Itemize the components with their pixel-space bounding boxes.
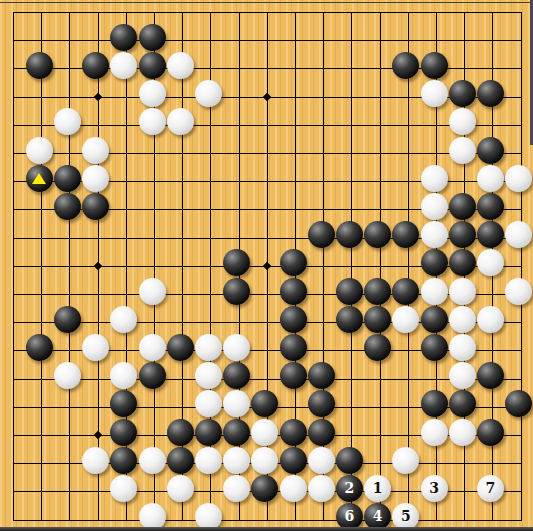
white-stone: [139, 447, 166, 474]
white-stone: [477, 306, 504, 333]
black-stone: [280, 278, 307, 305]
star-point: [93, 262, 101, 270]
black-stone: [223, 362, 250, 389]
white-stone: [82, 137, 109, 164]
black-stone: [308, 390, 335, 417]
white-stone: [449, 278, 476, 305]
grid-line-horizontal: [13, 379, 522, 380]
white-stone: [477, 475, 504, 502]
white-stone: [195, 334, 222, 361]
black-stone: [223, 249, 250, 276]
black-stone: [421, 390, 448, 417]
white-stone: [421, 80, 448, 107]
black-stone: [54, 306, 81, 333]
black-stone: [477, 80, 504, 107]
black-stone: [195, 419, 222, 446]
grid-line-vertical: [408, 12, 409, 521]
black-stone: [364, 221, 391, 248]
black-stone: [110, 419, 137, 446]
black-stone: [336, 447, 363, 474]
white-stone: [477, 165, 504, 192]
white-stone: [308, 475, 335, 502]
star-point: [93, 92, 101, 100]
black-stone: [392, 52, 419, 79]
black-stone: [449, 193, 476, 220]
grid-line-vertical: [521, 12, 522, 521]
black-stone: [421, 334, 448, 361]
black-stone: [280, 447, 307, 474]
white-stone: [195, 80, 222, 107]
white-stone: [195, 362, 222, 389]
grid-line-horizontal: [13, 520, 522, 521]
white-stone: [505, 221, 532, 248]
grid-line-vertical: [380, 12, 381, 521]
black-stone: [280, 306, 307, 333]
white-stone: [308, 447, 335, 474]
grid-line-vertical: [351, 12, 352, 521]
white-stone: [167, 52, 194, 79]
white-stone: [392, 306, 419, 333]
black-stone: [477, 362, 504, 389]
white-stone: [110, 306, 137, 333]
black-stone: [449, 80, 476, 107]
white-stone: [167, 475, 194, 502]
white-stone: [421, 193, 448, 220]
black-stone: [336, 475, 363, 502]
black-stone: [54, 193, 81, 220]
black-stone: [308, 221, 335, 248]
white-stone: [110, 475, 137, 502]
black-stone: [308, 362, 335, 389]
black-stone: [477, 137, 504, 164]
black-stone: [110, 390, 137, 417]
white-stone: [449, 306, 476, 333]
black-stone: [421, 306, 448, 333]
white-stone: [139, 80, 166, 107]
black-stone: [223, 419, 250, 446]
black-stone: [336, 278, 363, 305]
white-stone: [505, 165, 532, 192]
white-stone: [449, 137, 476, 164]
white-stone: [505, 278, 532, 305]
white-stone: [251, 447, 278, 474]
white-stone: [223, 447, 250, 474]
black-stone: [54, 165, 81, 192]
top-edge-line: [0, 2, 533, 3]
black-stone: [167, 419, 194, 446]
white-stone: [251, 419, 278, 446]
black-stone: [251, 390, 278, 417]
white-stone: [449, 334, 476, 361]
black-stone: [364, 334, 391, 361]
black-stone: [449, 390, 476, 417]
white-stone: [54, 362, 81, 389]
star-point: [93, 431, 101, 439]
black-stone: [449, 221, 476, 248]
white-stone: [139, 334, 166, 361]
black-stone: [449, 249, 476, 276]
white-stone: [280, 475, 307, 502]
white-stone: [223, 334, 250, 361]
black-stone: [421, 249, 448, 276]
white-stone: [82, 334, 109, 361]
white-stone: [477, 249, 504, 276]
black-stone: [421, 52, 448, 79]
black-stone: [477, 193, 504, 220]
black-stone: [82, 193, 109, 220]
white-stone: [54, 108, 81, 135]
white-stone: [223, 475, 250, 502]
black-stone: [477, 419, 504, 446]
black-stone: [139, 24, 166, 51]
white-stone: [421, 475, 448, 502]
black-stone: [280, 334, 307, 361]
black-stone: [364, 306, 391, 333]
white-stone: [421, 165, 448, 192]
black-stone: [280, 362, 307, 389]
black-stone: [364, 278, 391, 305]
black-stone: [280, 419, 307, 446]
black-stone: [336, 306, 363, 333]
white-stone: [364, 475, 391, 502]
black-stone: [223, 278, 250, 305]
white-stone: [449, 419, 476, 446]
black-stone: [477, 221, 504, 248]
white-stone: [82, 447, 109, 474]
black-stone: [251, 475, 278, 502]
black-stone: [110, 447, 137, 474]
white-stone: [110, 52, 137, 79]
white-stone: [139, 278, 166, 305]
black-stone: [167, 334, 194, 361]
white-stone: [195, 447, 222, 474]
black-stone: [280, 249, 307, 276]
black-stone: [110, 24, 137, 51]
black-stone: [26, 52, 53, 79]
white-stone: [421, 419, 448, 446]
white-stone: [223, 390, 250, 417]
black-stone: [392, 278, 419, 305]
black-stone: [82, 52, 109, 79]
black-stone: [308, 419, 335, 446]
screen: { "game": "go", "board": { "size": 19, "…: [0, 0, 533, 531]
white-stone: [421, 221, 448, 248]
white-stone: [421, 278, 448, 305]
black-stone: [167, 447, 194, 474]
white-stone: [392, 447, 419, 474]
star-point: [263, 262, 271, 270]
white-stone: [167, 108, 194, 135]
white-stone: [449, 108, 476, 135]
black-stone: [336, 221, 363, 248]
black-stone: [505, 390, 532, 417]
black-stone: [26, 334, 53, 361]
white-stone: [110, 362, 137, 389]
bottom-edge-band: [0, 527, 533, 531]
white-stone: [82, 165, 109, 192]
white-stone: [195, 390, 222, 417]
black-stone: [139, 52, 166, 79]
black-stone: [26, 165, 53, 192]
white-stone: [26, 137, 53, 164]
go-board[interactable]: 1234567: [0, 0, 533, 531]
white-stone: [449, 362, 476, 389]
black-stone: [392, 221, 419, 248]
star-point: [263, 92, 271, 100]
white-stone: [139, 108, 166, 135]
black-stone: [139, 362, 166, 389]
